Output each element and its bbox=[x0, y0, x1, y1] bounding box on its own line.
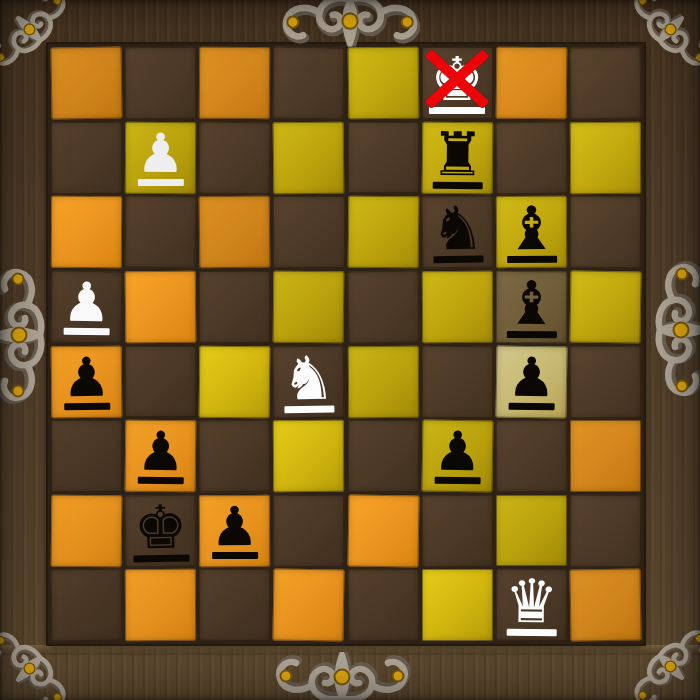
square-c2[interactable]: ♟ bbox=[199, 495, 270, 567]
piece-baseline-bar bbox=[138, 179, 184, 186]
frame-ornament-right-middle bbox=[654, 250, 700, 410]
piece-black-bishop[interactable]: ♝ bbox=[504, 275, 558, 337]
piece-white-queen[interactable]: ♛ bbox=[504, 574, 558, 637]
square-c3[interactable] bbox=[199, 420, 271, 493]
square-h2[interactable] bbox=[570, 494, 642, 566]
square-c1[interactable] bbox=[199, 569, 270, 641]
square-f5[interactable] bbox=[421, 271, 492, 343]
piece-baseline-bar bbox=[508, 402, 554, 410]
square-a8[interactable] bbox=[50, 46, 122, 119]
square-g3[interactable] bbox=[495, 420, 567, 492]
square-e2[interactable] bbox=[347, 494, 419, 567]
piece-black-rook[interactable]: ♜ bbox=[430, 126, 484, 189]
square-h1[interactable] bbox=[569, 569, 641, 642]
square-d1[interactable] bbox=[273, 569, 345, 642]
frame-ledge bbox=[0, 645, 700, 655]
square-h7[interactable] bbox=[570, 121, 641, 193]
square-f3[interactable]: ♟ bbox=[421, 420, 493, 493]
piece-baseline-bar bbox=[63, 328, 109, 336]
piece-black-knight[interactable]: ♞ bbox=[430, 201, 485, 264]
black-pawn-icon: ♟ bbox=[210, 502, 259, 552]
square-b5[interactable] bbox=[125, 271, 197, 343]
square-a3[interactable] bbox=[51, 420, 122, 492]
black-pawn-icon: ♟ bbox=[433, 427, 482, 477]
square-b6[interactable] bbox=[125, 196, 197, 269]
square-g6[interactable]: ♝ bbox=[496, 196, 567, 268]
white-knight-icon: ♞ bbox=[282, 350, 337, 406]
square-a7[interactable] bbox=[51, 121, 122, 193]
square-e6[interactable] bbox=[347, 196, 419, 268]
white-pawn-icon: ♟ bbox=[62, 278, 111, 328]
square-b1[interactable] bbox=[125, 569, 196, 641]
square-c8[interactable] bbox=[199, 47, 270, 119]
white-pawn-icon: ♟ bbox=[136, 129, 185, 179]
black-bishop-icon: ♝ bbox=[504, 275, 558, 330]
black-pawn-icon: ♟ bbox=[62, 353, 111, 403]
square-d5[interactable] bbox=[273, 271, 345, 343]
piece-baseline-bar bbox=[432, 181, 482, 189]
piece-black-bishop[interactable]: ♝ bbox=[504, 201, 558, 263]
square-b2[interactable]: ♚ bbox=[125, 494, 197, 567]
black-king-icon: ♚ bbox=[133, 499, 188, 555]
piece-baseline-bar bbox=[434, 477, 480, 485]
piece-baseline-bar bbox=[137, 477, 183, 484]
square-e8[interactable] bbox=[347, 47, 419, 119]
square-b3[interactable]: ♟ bbox=[125, 420, 197, 492]
piece-baseline-bar bbox=[284, 405, 334, 413]
square-g4[interactable]: ♟ bbox=[495, 345, 567, 418]
piece-black-king[interactable]: ♚ bbox=[132, 499, 189, 562]
square-e1[interactable] bbox=[347, 569, 419, 641]
piece-black-pawn[interactable]: ♟ bbox=[433, 427, 482, 484]
white-king-icon: ♚ bbox=[430, 52, 484, 107]
square-c4[interactable] bbox=[199, 345, 271, 417]
square-c6[interactable] bbox=[199, 196, 271, 268]
square-b7[interactable]: ♟ bbox=[125, 121, 196, 193]
square-c7[interactable] bbox=[199, 121, 271, 194]
frame-ornament-top-center bbox=[268, 0, 431, 47]
square-e7[interactable] bbox=[348, 122, 419, 194]
piece-white-pawn[interactable]: ♟ bbox=[62, 278, 111, 335]
square-e4[interactable] bbox=[347, 345, 418, 417]
square-f2[interactable] bbox=[421, 494, 493, 566]
piece-baseline-bar bbox=[433, 256, 483, 264]
piece-baseline-bar bbox=[133, 554, 189, 562]
square-b8[interactable] bbox=[125, 47, 196, 119]
square-d8[interactable] bbox=[273, 46, 345, 119]
square-h5[interactable] bbox=[569, 270, 641, 343]
piece-white-king[interactable]: ♚ bbox=[429, 52, 485, 114]
black-pawn-icon: ♟ bbox=[136, 427, 185, 477]
square-g8[interactable] bbox=[495, 47, 567, 119]
piece-black-pawn[interactable]: ♟ bbox=[210, 502, 259, 559]
piece-baseline-bar bbox=[506, 256, 556, 263]
square-d3[interactable] bbox=[273, 420, 344, 492]
piece-baseline-bar bbox=[212, 552, 258, 559]
square-a5[interactable]: ♟ bbox=[50, 270, 122, 343]
chess-board[interactable]: ♚♟♜♞♝♟♝♟♞♟♟♟♚♟♛ bbox=[48, 44, 644, 644]
square-f7[interactable]: ♜ bbox=[421, 121, 493, 193]
square-f4[interactable] bbox=[421, 345, 492, 417]
black-rook-icon: ♜ bbox=[430, 126, 484, 182]
square-h6[interactable] bbox=[570, 196, 641, 268]
piece-baseline-bar bbox=[506, 331, 556, 338]
piece-baseline-bar bbox=[429, 107, 485, 114]
black-knight-icon: ♞ bbox=[430, 201, 485, 257]
square-a6[interactable] bbox=[51, 196, 122, 268]
square-c5[interactable] bbox=[199, 271, 270, 343]
square-b4[interactable] bbox=[125, 346, 196, 418]
piece-black-pawn[interactable]: ♟ bbox=[136, 427, 185, 484]
white-queen-icon: ♛ bbox=[504, 574, 558, 630]
wooden-frame: ♚♟♜♞♝♟♝♟♞♟♟♟♚♟♛ bbox=[0, 0, 700, 700]
square-d4[interactable]: ♞ bbox=[273, 345, 345, 418]
square-d2[interactable] bbox=[273, 495, 344, 567]
square-f6[interactable]: ♞ bbox=[421, 196, 493, 269]
frame-ornament-left-middle bbox=[0, 255, 46, 415]
square-d7[interactable] bbox=[273, 121, 345, 193]
piece-white-pawn[interactable]: ♟ bbox=[136, 129, 185, 186]
piece-baseline-bar bbox=[506, 629, 556, 637]
frame-ornament-bottom-center bbox=[262, 652, 422, 700]
square-g7[interactable] bbox=[495, 121, 567, 194]
square-e5[interactable] bbox=[347, 270, 419, 343]
square-f1[interactable] bbox=[422, 569, 493, 641]
piece-black-pawn[interactable]: ♟ bbox=[507, 353, 556, 410]
square-h3[interactable] bbox=[570, 420, 641, 492]
square-g2[interactable] bbox=[496, 495, 567, 567]
square-f8[interactable]: ♚ bbox=[422, 47, 493, 119]
black-bishop-icon: ♝ bbox=[504, 201, 558, 256]
square-a4[interactable]: ♟ bbox=[51, 345, 123, 417]
piece-black-pawn[interactable]: ♟ bbox=[62, 353, 111, 410]
square-a1[interactable] bbox=[50, 569, 122, 642]
square-d6[interactable] bbox=[273, 196, 344, 268]
piece-white-knight[interactable]: ♞ bbox=[282, 350, 337, 413]
black-pawn-icon: ♟ bbox=[507, 353, 556, 403]
square-h4[interactable] bbox=[570, 345, 642, 417]
square-e3[interactable] bbox=[347, 420, 418, 492]
square-a2[interactable] bbox=[51, 494, 123, 566]
square-g1[interactable]: ♛ bbox=[495, 569, 567, 641]
square-g5[interactable]: ♝ bbox=[496, 271, 567, 343]
square-h8[interactable] bbox=[569, 46, 641, 119]
piece-baseline-bar bbox=[64, 402, 110, 409]
